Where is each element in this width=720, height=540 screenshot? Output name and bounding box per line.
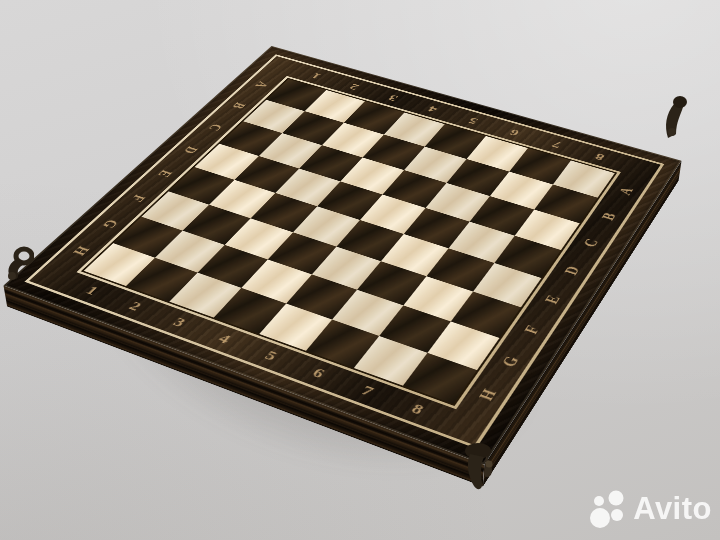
coord-label-right-F: F xyxy=(500,311,563,348)
square-G7 xyxy=(379,305,451,352)
coord-label-left-H: H xyxy=(51,235,112,267)
square-F5 xyxy=(312,247,381,290)
square-E5 xyxy=(336,220,403,261)
product-photo: 12345678 12345678 ABCDEFGH ABCDEFGH xyxy=(0,0,720,540)
clasp-bottom-icon xyxy=(458,442,502,496)
coord-label-bottom-7: 7 xyxy=(334,371,401,411)
coord-label-bottom-6: 6 xyxy=(285,354,351,393)
clasp-right-icon xyxy=(658,92,692,140)
square-E6 xyxy=(381,234,449,276)
square-H8 xyxy=(403,353,477,404)
square-G5 xyxy=(286,274,357,319)
square-H4 xyxy=(214,288,286,334)
square-H7 xyxy=(354,336,428,386)
square-F8 xyxy=(451,292,521,338)
coord-label-bottom-3: 3 xyxy=(147,305,211,341)
square-H2 xyxy=(126,258,198,302)
coord-label-bottom-4: 4 xyxy=(192,321,256,358)
avito-logo-icon xyxy=(589,489,627,529)
square-H6 xyxy=(306,320,379,368)
coord-label-right-E: E xyxy=(521,282,583,317)
square-D8 xyxy=(494,236,561,278)
square-G2 xyxy=(155,231,225,273)
square-H5 xyxy=(259,304,332,351)
square-D7 xyxy=(449,222,515,263)
square-E7 xyxy=(426,248,494,291)
square-F7 xyxy=(403,276,473,321)
square-F3 xyxy=(225,218,293,259)
square-G8 xyxy=(427,321,499,370)
coord-label-right-D: D xyxy=(541,254,601,287)
coord-label-bottom-1: 1 xyxy=(61,274,123,309)
coord-label-right-H: H xyxy=(454,375,520,415)
square-G1 xyxy=(113,217,182,258)
avito-watermark: Avito xyxy=(589,489,712,529)
square-F6 xyxy=(357,261,426,305)
coord-label-right-C: C xyxy=(561,227,620,259)
square-G6 xyxy=(332,290,403,336)
coord-label-bottom-5: 5 xyxy=(238,337,303,375)
coord-label-bottom-2: 2 xyxy=(103,289,166,324)
square-G3 xyxy=(198,245,268,288)
square-G4 xyxy=(241,259,312,303)
square-E8 xyxy=(473,263,541,307)
square-F4 xyxy=(268,232,337,274)
avito-watermark-text: Avito xyxy=(633,491,712,527)
square-H3 xyxy=(169,273,241,318)
square-H1 xyxy=(84,243,155,286)
coord-label-right-G: G xyxy=(477,342,542,381)
coord-label-bottom-8: 8 xyxy=(384,389,451,430)
coord-label-right-B: B xyxy=(580,201,637,232)
clasp-left-icon xyxy=(4,246,34,284)
